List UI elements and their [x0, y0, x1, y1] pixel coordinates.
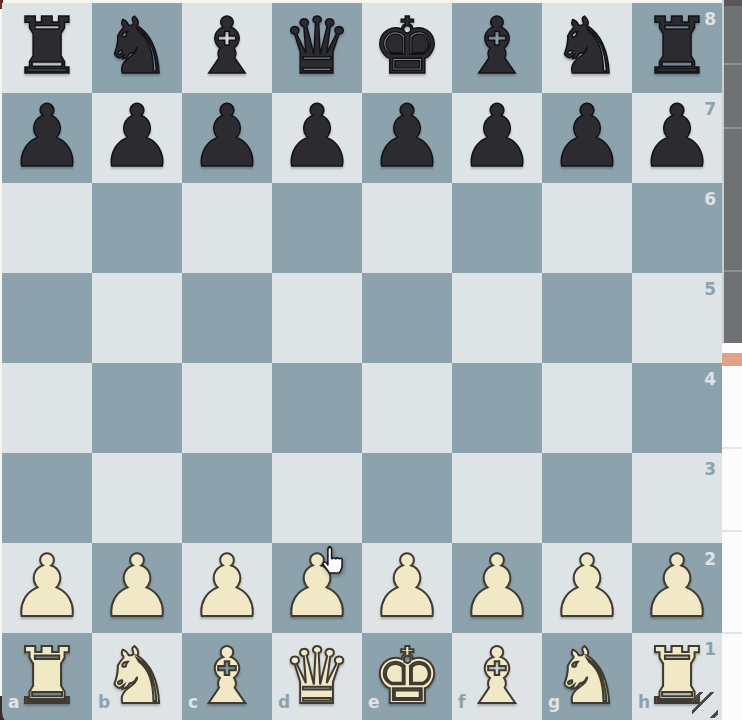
strip-separator-line — [722, 270, 742, 272]
square-d7[interactable]: ♟ — [272, 93, 362, 183]
square-d8[interactable]: ♛ — [272, 3, 362, 93]
square-d6[interactable] — [272, 183, 362, 273]
piece-white-pawn[interactable]: ♟ — [278, 543, 355, 629]
piece-white-rook[interactable]: ♜ — [12, 637, 82, 715]
piece-white-bishop[interactable]: ♝ — [462, 637, 532, 715]
file-label-b: b — [98, 694, 110, 711]
square-f2[interactable]: ♟ — [452, 543, 542, 633]
square-g3[interactable] — [542, 453, 632, 543]
square-d5[interactable] — [272, 273, 362, 363]
square-c1[interactable]: ♝c — [182, 633, 272, 720]
rank-label-2: 2 — [704, 551, 716, 568]
piece-white-pawn[interactable]: ♟ — [458, 543, 535, 629]
square-b4[interactable] — [92, 363, 182, 453]
file-label-d: d — [278, 694, 290, 711]
square-g1[interactable]: ♞g — [542, 633, 632, 720]
square-e1[interactable]: ♚e — [362, 633, 452, 720]
piece-black-king[interactable]: ♚ — [372, 7, 442, 85]
strip-separator-line — [722, 530, 742, 532]
square-h8[interactable]: ♜8 — [632, 3, 722, 93]
square-g5[interactable] — [542, 273, 632, 363]
piece-black-rook[interactable]: ♜ — [642, 7, 712, 85]
rank-label-5: 5 — [704, 281, 716, 298]
square-e4[interactable] — [362, 363, 452, 453]
square-e5[interactable] — [362, 273, 452, 363]
piece-black-pawn[interactable]: ♟ — [278, 93, 355, 179]
square-e6[interactable] — [362, 183, 452, 273]
strip-separator-line — [722, 632, 742, 634]
square-b5[interactable] — [92, 273, 182, 363]
rank-label-6: 6 — [704, 191, 716, 208]
square-b3[interactable] — [92, 453, 182, 543]
square-g7[interactable]: ♟ — [542, 93, 632, 183]
square-e7[interactable]: ♟ — [362, 93, 452, 183]
piece-black-queen[interactable]: ♛ — [282, 7, 352, 85]
square-c2[interactable]: ♟ — [182, 543, 272, 633]
square-c5[interactable] — [182, 273, 272, 363]
right-strip — [722, 0, 742, 720]
square-g2[interactable]: ♟ — [542, 543, 632, 633]
file-label-g: g — [548, 694, 560, 711]
piece-white-queen[interactable]: ♛ — [282, 637, 352, 715]
square-c6[interactable] — [182, 183, 272, 273]
piece-white-king[interactable]: ♚ — [372, 637, 442, 715]
piece-white-bishop[interactable]: ♝ — [192, 637, 262, 715]
piece-black-pawn[interactable]: ♟ — [548, 93, 625, 179]
strip-white-gap — [722, 343, 742, 353]
square-c3[interactable] — [182, 453, 272, 543]
square-h3[interactable]: 3 — [632, 453, 722, 543]
strip-orange-band — [722, 353, 742, 366]
file-label-a: a — [8, 694, 19, 711]
piece-black-pawn[interactable]: ♟ — [368, 93, 445, 179]
board-resize-handle-icon[interactable] — [692, 692, 718, 718]
piece-black-bishop[interactable]: ♝ — [462, 7, 532, 85]
square-b1[interactable]: ♞b — [92, 633, 182, 720]
square-f8[interactable]: ♝ — [452, 3, 542, 93]
square-c7[interactable]: ♟ — [182, 93, 272, 183]
square-a3[interactable] — [2, 453, 92, 543]
file-label-f: f — [458, 694, 465, 711]
piece-black-knight[interactable]: ♞ — [102, 7, 172, 85]
piece-black-pawn[interactable]: ♟ — [98, 93, 175, 179]
square-g6[interactable] — [542, 183, 632, 273]
chess-board[interactable]: ♜♞♝♛♚♝♞♜8♟♟♟♟♟♟♟♟76543♟♟♟♟♟♟♟♟2♜a♞b♝c♛d♚… — [2, 3, 722, 720]
square-e8[interactable]: ♚ — [362, 3, 452, 93]
rank-label-1: 1 — [704, 641, 716, 658]
strip-separator-line — [722, 63, 742, 65]
square-e2[interactable]: ♟ — [362, 543, 452, 633]
square-d2[interactable]: ♟ — [272, 543, 362, 633]
square-a6[interactable] — [2, 183, 92, 273]
square-b6[interactable] — [92, 183, 182, 273]
piece-black-knight[interactable]: ♞ — [552, 7, 622, 85]
strip-gray-panel — [722, 6, 742, 343]
strip-white-panel — [722, 366, 742, 720]
square-c4[interactable] — [182, 363, 272, 453]
square-f5[interactable] — [452, 273, 542, 363]
square-b8[interactable]: ♞ — [92, 3, 182, 93]
square-f7[interactable]: ♟ — [452, 93, 542, 183]
square-a1[interactable]: ♜a — [2, 633, 92, 720]
square-c8[interactable]: ♝ — [182, 3, 272, 93]
piece-white-pawn[interactable]: ♟ — [548, 543, 625, 629]
piece-black-pawn[interactable]: ♟ — [458, 93, 535, 179]
square-h7[interactable]: ♟7 — [632, 93, 722, 183]
strip-separator-line — [722, 447, 742, 449]
file-label-e: e — [368, 694, 380, 711]
square-g4[interactable] — [542, 363, 632, 453]
square-a2[interactable]: ♟ — [2, 543, 92, 633]
square-a4[interactable] — [2, 363, 92, 453]
square-h2[interactable]: ♟2 — [632, 543, 722, 633]
rank-label-3: 3 — [704, 461, 716, 478]
strip-edge-highlight — [722, 0, 724, 343]
piece-black-rook[interactable]: ♜ — [12, 7, 82, 85]
piece-black-pawn[interactable]: ♟ — [188, 93, 265, 179]
piece-white-pawn[interactable]: ♟ — [188, 543, 265, 629]
square-f1[interactable]: ♝f — [452, 633, 542, 720]
page: ♜♞♝♛♚♝♞♜8♟♟♟♟♟♟♟♟76543♟♟♟♟♟♟♟♟2♜a♞b♝c♛d♚… — [0, 0, 742, 720]
square-f3[interactable] — [452, 453, 542, 543]
piece-white-pawn[interactable]: ♟ — [98, 543, 175, 629]
square-b2[interactable]: ♟ — [92, 543, 182, 633]
piece-black-bishop[interactable]: ♝ — [192, 7, 262, 85]
piece-white-pawn[interactable]: ♟ — [8, 543, 85, 629]
square-h5[interactable]: 5 — [632, 273, 722, 363]
rank-label-4: 4 — [704, 371, 716, 388]
strip-separator-line — [722, 127, 742, 129]
square-f4[interactable] — [452, 363, 542, 453]
square-e3[interactable] — [362, 453, 452, 543]
square-d3[interactable] — [272, 453, 362, 543]
square-a5[interactable] — [2, 273, 92, 363]
square-h4[interactable]: 4 — [632, 363, 722, 453]
piece-white-knight[interactable]: ♞ — [552, 637, 622, 715]
square-h6[interactable]: 6 — [632, 183, 722, 273]
square-d4[interactable] — [272, 363, 362, 453]
file-label-h: h — [638, 694, 650, 711]
rank-label-8: 8 — [704, 11, 716, 28]
square-d1[interactable]: ♛d — [272, 633, 362, 720]
square-a8[interactable]: ♜ — [2, 3, 92, 93]
square-b7[interactable]: ♟ — [92, 93, 182, 183]
file-label-c: c — [188, 694, 198, 711]
square-f6[interactable] — [452, 183, 542, 273]
piece-black-pawn[interactable]: ♟ — [8, 93, 85, 179]
square-a7[interactable]: ♟ — [2, 93, 92, 183]
rank-label-7: 7 — [704, 101, 716, 118]
piece-white-pawn[interactable]: ♟ — [368, 543, 445, 629]
piece-white-knight[interactable]: ♞ — [102, 637, 172, 715]
square-g8[interactable]: ♞ — [542, 3, 632, 93]
